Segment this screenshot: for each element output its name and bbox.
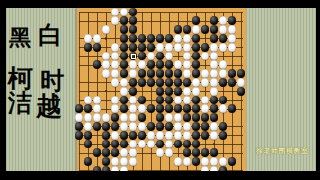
black-stone <box>165 34 174 43</box>
black-stone <box>219 34 228 43</box>
white-stone <box>111 43 120 52</box>
go-broadcast-video[interactable]: 黑 白 柯 时 洁 越 徐老师围棋教室 <box>6 8 316 171</box>
black-label: 黑 <box>9 27 31 49</box>
white-stone <box>237 78 246 87</box>
white-stone <box>183 34 192 43</box>
black-stone <box>138 78 147 87</box>
watermark-text: 徐老师围棋教室 <box>256 148 309 155</box>
black-stone <box>129 43 138 52</box>
black-stone <box>93 122 102 131</box>
black-stone <box>201 122 210 131</box>
white-stone <box>156 43 165 52</box>
black-stone <box>84 43 93 52</box>
black-stone <box>102 131 111 140</box>
black-stone <box>156 122 165 131</box>
black-stone <box>147 122 156 131</box>
black-player-char-1: 柯 <box>8 66 33 91</box>
black-stone <box>138 131 147 140</box>
black-stone <box>93 43 102 52</box>
black-stone <box>120 43 129 52</box>
white-stone <box>183 87 192 96</box>
black-stone <box>147 34 156 43</box>
white-stone <box>93 34 102 43</box>
white-player-char-1: 时 <box>40 69 64 93</box>
white-stone <box>165 131 174 140</box>
black-stone <box>120 34 129 43</box>
black-stone <box>210 34 219 43</box>
players-panel: 黑 白 柯 时 洁 越 <box>6 8 77 171</box>
black-stone <box>102 122 111 131</box>
white-stone <box>201 78 210 87</box>
black-stone <box>219 122 228 131</box>
black-stone <box>120 131 129 140</box>
white-stone <box>174 122 183 131</box>
white-stone <box>129 122 138 131</box>
black-stone <box>129 52 138 61</box>
black-stone <box>201 131 210 140</box>
white-stone <box>174 43 183 52</box>
black-stone <box>111 122 120 131</box>
white-stone <box>84 122 93 131</box>
black-stone <box>156 87 165 96</box>
black-stone <box>102 166 111 171</box>
black-stone <box>84 131 93 140</box>
white-stone <box>84 34 93 43</box>
white-stone <box>111 78 120 87</box>
last-move-marker <box>131 54 136 59</box>
black-stone <box>165 122 174 131</box>
white-stone <box>183 122 192 131</box>
black-stone <box>219 78 228 87</box>
black-stone <box>237 69 246 78</box>
black-stone <box>93 166 102 171</box>
white-stone <box>192 87 201 96</box>
white-stone <box>120 87 129 96</box>
go-board <box>77 8 247 171</box>
black-stone <box>192 43 201 52</box>
white-stone <box>174 131 183 140</box>
white-stone <box>210 122 219 131</box>
white-stone <box>201 166 210 171</box>
black-stone <box>183 78 192 87</box>
white-stone <box>219 43 228 52</box>
white-stone <box>183 131 192 140</box>
black-stone <box>129 34 138 43</box>
star-point <box>105 37 107 39</box>
white-stone <box>228 43 237 52</box>
white-stone <box>210 131 219 140</box>
black-stone <box>192 34 201 43</box>
white-stone <box>210 87 219 96</box>
black-stone <box>219 131 228 140</box>
black-stone <box>174 78 183 87</box>
black-stone <box>219 166 228 171</box>
black-stone <box>174 87 183 96</box>
black-stone <box>156 78 165 87</box>
white-stone <box>138 122 147 131</box>
white-stone <box>120 166 129 171</box>
white-stone <box>120 78 129 87</box>
white-stone <box>120 122 129 131</box>
white-stone <box>210 166 219 171</box>
white-stone <box>156 131 165 140</box>
black-stone <box>192 122 201 131</box>
black-stone <box>129 87 138 96</box>
black-stone <box>147 43 156 52</box>
white-stone <box>111 131 120 140</box>
black-stone <box>156 34 165 43</box>
white-player-char-2: 越 <box>36 93 62 119</box>
black-stone <box>147 78 156 87</box>
white-stone <box>228 34 237 43</box>
black-stone <box>138 34 147 43</box>
white-stone <box>111 166 120 171</box>
black-stone <box>228 78 237 87</box>
black-stone <box>129 78 138 87</box>
black-stone <box>75 122 84 131</box>
white-stone <box>147 131 156 140</box>
black-stone <box>165 87 174 96</box>
white-stone <box>210 78 219 87</box>
white-stone <box>192 78 201 87</box>
black-stone <box>192 131 201 140</box>
white-stone <box>165 43 174 52</box>
white-stone <box>174 34 183 43</box>
black-stone <box>138 43 147 52</box>
white-stone <box>183 43 192 52</box>
letterboxed-screenshot: 黑 白 柯 时 洁 越 徐老师围棋教室 <box>0 0 320 180</box>
white-stone <box>210 43 219 52</box>
black-stone <box>201 43 210 52</box>
black-stone <box>165 78 174 87</box>
black-stone <box>75 131 84 140</box>
white-label: 白 <box>38 23 62 47</box>
black-player-char-2: 洁 <box>8 91 32 115</box>
black-stone <box>237 87 246 96</box>
black-stone <box>129 131 138 140</box>
